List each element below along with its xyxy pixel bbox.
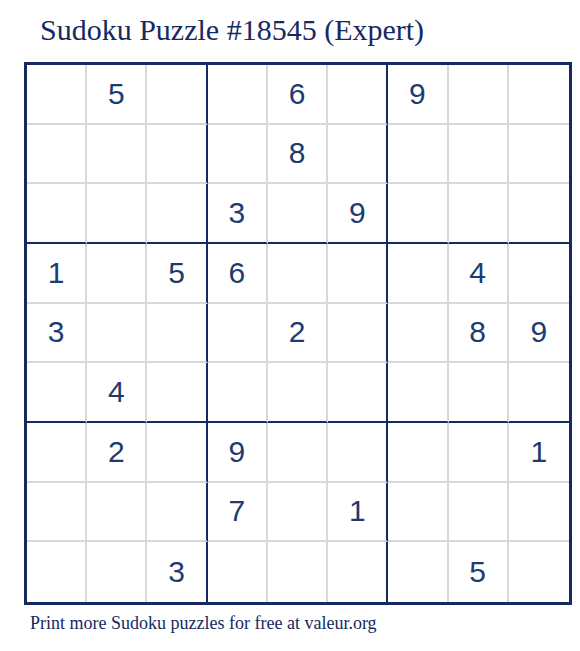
cell-r5c8-given-8: 8 — [449, 304, 509, 364]
cell-r8c8-empty — [449, 483, 509, 543]
cell-r2c9-empty — [509, 125, 569, 185]
cell-r6c6-empty — [328, 363, 388, 423]
cell-r8c5-empty — [268, 483, 328, 543]
cell-r1c1-empty — [27, 65, 87, 125]
cell-r7c7-empty — [388, 423, 448, 483]
cell-r9c2-empty — [87, 542, 147, 602]
cell-r6c1-empty — [27, 363, 87, 423]
cell-r7c1-empty — [27, 423, 87, 483]
cell-r9c7-empty — [388, 542, 448, 602]
cell-r9c3-given-3: 3 — [147, 542, 207, 602]
sudoku-board: 5698391564328942917135 — [24, 62, 572, 605]
cell-r8c9-empty — [509, 483, 569, 543]
cell-r7c9-given-1: 1 — [509, 423, 569, 483]
footer-note: Print more Sudoku puzzles for free at va… — [30, 613, 377, 634]
cell-r6c4-empty — [208, 363, 268, 423]
cell-r9c8-given-5: 5 — [449, 542, 509, 602]
cell-r1c5-given-6: 6 — [268, 65, 328, 125]
cell-r3c4-given-3: 3 — [208, 184, 268, 244]
cell-r4c6-empty — [328, 244, 388, 304]
cell-r4c8-given-4: 4 — [449, 244, 509, 304]
cell-r5c2-empty — [87, 304, 147, 364]
cell-r1c3-empty — [147, 65, 207, 125]
cell-r1c6-empty — [328, 65, 388, 125]
cell-r5c3-empty — [147, 304, 207, 364]
cell-r3c8-empty — [449, 184, 509, 244]
cell-r3c9-empty — [509, 184, 569, 244]
cell-r1c4-empty — [208, 65, 268, 125]
cell-r7c8-empty — [449, 423, 509, 483]
cell-r3c3-empty — [147, 184, 207, 244]
cell-r4c3-given-5: 5 — [147, 244, 207, 304]
cell-r3c7-empty — [388, 184, 448, 244]
cell-r7c2-given-2: 2 — [87, 423, 147, 483]
cell-r6c5-empty — [268, 363, 328, 423]
cell-r5c6-empty — [328, 304, 388, 364]
cell-r2c5-given-8: 8 — [268, 125, 328, 185]
cell-r2c4-empty — [208, 125, 268, 185]
cell-r5c4-empty — [208, 304, 268, 364]
cell-r7c5-empty — [268, 423, 328, 483]
cell-r3c5-empty — [268, 184, 328, 244]
cell-r4c2-empty — [87, 244, 147, 304]
cell-r1c7-given-9: 9 — [388, 65, 448, 125]
cell-r4c5-empty — [268, 244, 328, 304]
cell-r8c2-empty — [87, 483, 147, 543]
cell-r5c7-empty — [388, 304, 448, 364]
cell-r2c2-empty — [87, 125, 147, 185]
cell-r7c6-empty — [328, 423, 388, 483]
cell-r9c5-empty — [268, 542, 328, 602]
cell-r8c6-given-1: 1 — [328, 483, 388, 543]
cell-r9c6-empty — [328, 542, 388, 602]
cell-r6c7-empty — [388, 363, 448, 423]
cell-r4c1-given-1: 1 — [27, 244, 87, 304]
cell-r9c9-empty — [509, 542, 569, 602]
cell-r2c6-empty — [328, 125, 388, 185]
cell-r6c2-given-4: 4 — [87, 363, 147, 423]
cell-r3c2-empty — [87, 184, 147, 244]
cell-r6c8-empty — [449, 363, 509, 423]
cell-r5c5-given-2: 2 — [268, 304, 328, 364]
cell-r9c1-empty — [27, 542, 87, 602]
cell-r2c8-empty — [449, 125, 509, 185]
cell-r2c3-empty — [147, 125, 207, 185]
cell-r3c1-empty — [27, 184, 87, 244]
cell-r2c7-empty — [388, 125, 448, 185]
cell-r6c3-empty — [147, 363, 207, 423]
cell-r6c9-empty — [509, 363, 569, 423]
page-title: Sudoku Puzzle #18545 (Expert) — [40, 13, 424, 47]
cell-r8c3-empty — [147, 483, 207, 543]
cell-r1c9-empty — [509, 65, 569, 125]
cell-r4c9-empty — [509, 244, 569, 304]
cell-r8c7-empty — [388, 483, 448, 543]
cell-r8c4-given-7: 7 — [208, 483, 268, 543]
cell-r4c7-empty — [388, 244, 448, 304]
cell-r5c1-given-3: 3 — [27, 304, 87, 364]
cell-r7c4-given-9: 9 — [208, 423, 268, 483]
cell-r4c4-given-6: 6 — [208, 244, 268, 304]
cell-r7c3-empty — [147, 423, 207, 483]
cell-r3c6-given-9: 9 — [328, 184, 388, 244]
cell-r8c1-empty — [27, 483, 87, 543]
cell-r9c4-empty — [208, 542, 268, 602]
cell-r1c8-empty — [449, 65, 509, 125]
cell-r1c2-given-5: 5 — [87, 65, 147, 125]
cell-r2c1-empty — [27, 125, 87, 185]
cell-r5c9-given-9: 9 — [509, 304, 569, 364]
